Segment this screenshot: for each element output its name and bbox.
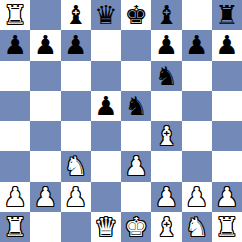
square-c5[interactable] (61, 91, 91, 121)
square-e3[interactable]: ♟ (121, 151, 151, 181)
square-a2[interactable]: ♟ (0, 182, 30, 212)
square-d8[interactable]: ♛ (91, 0, 121, 30)
square-h6[interactable] (212, 61, 242, 91)
white-pawn-piece[interactable]: ♟ (3, 184, 26, 210)
square-f1[interactable]: ♝ (151, 212, 181, 242)
square-f6[interactable]: ♞ (151, 61, 181, 91)
white-pawn-piece[interactable]: ♟ (34, 184, 57, 210)
square-d1[interactable]: ♛ (91, 212, 121, 242)
square-g4[interactable] (182, 121, 212, 151)
square-g8[interactable] (182, 0, 212, 30)
white-pawn-piece[interactable]: ♟ (215, 184, 238, 210)
white-rook-piece[interactable]: ♜ (3, 2, 26, 28)
square-f8[interactable]: ♝ (151, 0, 181, 30)
white-pawn-piece[interactable]: ♟ (185, 184, 208, 210)
black-pawn-piece[interactable]: ♟ (215, 32, 238, 58)
square-a4[interactable] (0, 121, 30, 151)
black-knight-piece[interactable]: ♞ (155, 63, 178, 89)
square-c8[interactable]: ♝ (61, 0, 91, 30)
square-e2[interactable] (121, 182, 151, 212)
square-f3[interactable] (151, 151, 181, 181)
square-g5[interactable] (182, 91, 212, 121)
white-pawn-piece[interactable]: ♟ (155, 184, 178, 210)
white-pawn-piece[interactable]: ♟ (124, 153, 147, 179)
black-pawn-piece[interactable]: ♟ (34, 32, 57, 58)
square-d4[interactable] (91, 121, 121, 151)
square-b6[interactable] (30, 61, 60, 91)
square-d7[interactable] (91, 30, 121, 60)
square-e7[interactable] (121, 30, 151, 60)
square-g7[interactable]: ♟ (182, 30, 212, 60)
square-c3[interactable]: ♞ (61, 151, 91, 181)
square-f2[interactable]: ♟ (151, 182, 181, 212)
black-knight-piece[interactable]: ♞ (124, 93, 147, 119)
square-h2[interactable]: ♟ (212, 182, 242, 212)
black-pawn-piece[interactable]: ♟ (3, 32, 26, 58)
square-a1[interactable]: ♜ (0, 212, 30, 242)
square-h1[interactable]: ♜ (212, 212, 242, 242)
chess-board: ♜♝♛♚♝♜♟♟♟♟♟♟♞♟♞♝♞♟♟♟♟♟♟♟♜♛♚♝♞♜ (0, 0, 242, 242)
black-rook-piece[interactable]: ♜ (215, 2, 238, 28)
square-a7[interactable]: ♟ (0, 30, 30, 60)
square-b5[interactable] (30, 91, 60, 121)
square-g3[interactable] (182, 151, 212, 181)
square-e8[interactable]: ♚ (121, 0, 151, 30)
square-g1[interactable]: ♞ (182, 212, 212, 242)
square-b3[interactable] (30, 151, 60, 181)
square-b1[interactable] (30, 212, 60, 242)
square-f5[interactable] (151, 91, 181, 121)
square-e1[interactable]: ♚ (121, 212, 151, 242)
square-a3[interactable] (0, 151, 30, 181)
square-e6[interactable] (121, 61, 151, 91)
square-a6[interactable] (0, 61, 30, 91)
square-g2[interactable]: ♟ (182, 182, 212, 212)
white-queen-piece[interactable]: ♛ (94, 214, 117, 240)
square-e5[interactable]: ♞ (121, 91, 151, 121)
square-c1[interactable] (61, 212, 91, 242)
black-king-piece[interactable]: ♚ (124, 2, 147, 28)
square-c6[interactable] (61, 61, 91, 91)
square-b7[interactable]: ♟ (30, 30, 60, 60)
white-bishop-piece[interactable]: ♝ (155, 123, 178, 149)
white-knight-piece[interactable]: ♞ (64, 153, 87, 179)
square-f7[interactable]: ♟ (151, 30, 181, 60)
square-h8[interactable]: ♜ (212, 0, 242, 30)
square-d2[interactable] (91, 182, 121, 212)
square-b4[interactable] (30, 121, 60, 151)
square-h7[interactable]: ♟ (212, 30, 242, 60)
white-king-piece[interactable]: ♚ (124, 214, 147, 240)
square-a5[interactable] (0, 91, 30, 121)
square-c4[interactable] (61, 121, 91, 151)
white-rook-piece[interactable]: ♜ (215, 214, 238, 240)
white-rook-piece[interactable]: ♜ (3, 214, 26, 240)
black-pawn-piece[interactable]: ♟ (185, 32, 208, 58)
square-b8[interactable] (30, 0, 60, 30)
square-a8[interactable]: ♜ (0, 0, 30, 30)
square-f4[interactable]: ♝ (151, 121, 181, 151)
square-g6[interactable] (182, 61, 212, 91)
black-pawn-piece[interactable]: ♟ (94, 93, 117, 119)
square-b2[interactable]: ♟ (30, 182, 60, 212)
white-knight-piece[interactable]: ♞ (185, 214, 208, 240)
square-h5[interactable] (212, 91, 242, 121)
black-bishop-piece[interactable]: ♝ (64, 2, 87, 28)
black-pawn-piece[interactable]: ♟ (155, 32, 178, 58)
square-h3[interactable] (212, 151, 242, 181)
square-h4[interactable] (212, 121, 242, 151)
black-bishop-piece[interactable]: ♝ (155, 2, 178, 28)
square-e4[interactable] (121, 121, 151, 151)
white-pawn-piece[interactable]: ♟ (64, 184, 87, 210)
black-pawn-piece[interactable]: ♟ (64, 32, 87, 58)
square-d6[interactable] (91, 61, 121, 91)
square-c7[interactable]: ♟ (61, 30, 91, 60)
white-bishop-piece[interactable]: ♝ (155, 214, 178, 240)
black-queen-piece[interactable]: ♛ (94, 2, 117, 28)
square-d3[interactable] (91, 151, 121, 181)
square-c2[interactable]: ♟ (61, 182, 91, 212)
square-d5[interactable]: ♟ (91, 91, 121, 121)
